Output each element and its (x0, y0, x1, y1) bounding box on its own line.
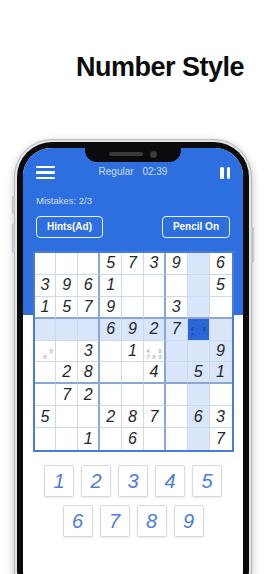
cell-value: 7 (172, 321, 181, 337)
sudoku-cell-r4c9[interactable] (210, 319, 232, 341)
cell-value: 5 (194, 364, 203, 380)
sudoku-cell-r6c1[interactable] (35, 362, 57, 384)
sudoku-cell-r1c4[interactable]: 5 (100, 253, 122, 275)
sudoku-cell-r8c3[interactable] (78, 406, 100, 428)
sudoku-cell-r2c2[interactable]: 9 (56, 275, 78, 297)
page-title: Number Style (0, 52, 265, 83)
sudoku-cell-r1c1[interactable] (35, 253, 57, 275)
sudoku-cell-r4c6[interactable]: 2 (144, 319, 166, 341)
numpad-row: 12345 (23, 465, 243, 497)
cell-value: 3 (84, 343, 93, 359)
sudoku-cell-r9c5[interactable]: 6 (122, 428, 144, 450)
sudoku-cell-r5c7[interactable] (166, 341, 188, 363)
sudoku-cell-r4c1[interactable] (35, 319, 57, 341)
sudoku-cell-r7c8[interactable] (188, 384, 210, 406)
sudoku-cell-r8c9[interactable]: 3 (210, 406, 232, 428)
sudoku-cell-r7c5[interactable] (122, 384, 144, 406)
sudoku-cell-r3c5[interactable] (122, 297, 144, 319)
sudoku-cell-r3c2[interactable]: 5 (56, 297, 78, 319)
volume-button (12, 223, 15, 253)
sudoku-cell-r9c7[interactable] (166, 428, 188, 450)
sudoku-cell-r8c7[interactable] (166, 406, 188, 428)
sudoku-cell-r4c3[interactable] (78, 319, 100, 341)
sudoku-cell-r1c6[interactable]: 3 (144, 253, 166, 275)
sudoku-cell-r6c2[interactable]: 2 (56, 362, 78, 384)
sudoku-cell-r5c1[interactable]: 68 (35, 341, 57, 363)
sudoku-cell-r6c9[interactable]: 1 (210, 362, 232, 384)
sudoku-cell-r2c3[interactable]: 6 (78, 275, 100, 297)
sudoku-cell-r2c4[interactable]: 1 (100, 275, 122, 297)
sudoku-cell-r9c3[interactable]: 1 (78, 428, 100, 450)
cell-value: 8 (128, 409, 137, 425)
cell-value: 6 (128, 431, 137, 447)
cell-value: 6 (216, 255, 225, 271)
difficulty-label: Regular (99, 166, 134, 177)
cell-value: 7 (62, 387, 71, 403)
sudoku-cell-r2c7[interactable] (166, 275, 188, 297)
sudoku-cell-r7c2[interactable]: 7 (56, 384, 78, 406)
sudoku-cell-r3c7[interactable]: 3 (166, 297, 188, 319)
cell-value: 1 (106, 277, 115, 293)
sudoku-board: 5739639615157936927467683146789928451725… (33, 251, 234, 452)
cell-value: 4 (149, 364, 158, 380)
sudoku-cell-r6c3[interactable]: 8 (78, 362, 100, 384)
sudoku-cell-r8c8[interactable]: 6 (188, 406, 210, 428)
hints-button[interactable]: Hints(Ad) (36, 216, 103, 238)
sudoku-cell-r6c4[interactable] (100, 362, 122, 384)
cell-value: 9 (128, 321, 137, 337)
sudoku-cell-r4c7[interactable]: 7 (166, 319, 188, 341)
sudoku-cell-r8c2[interactable] (56, 406, 78, 428)
cell-value: 9 (216, 343, 225, 359)
sudoku-cell-r1c2[interactable] (56, 253, 78, 275)
cell-value: 7 (128, 255, 137, 271)
sudoku-cell-r4c2[interactable] (56, 319, 78, 341)
sudoku-cell-r3c4[interactable]: 9 (100, 297, 122, 319)
sudoku-cell-r6c8[interactable]: 5 (188, 362, 210, 384)
sudoku-cell-r5c9[interactable]: 9 (210, 341, 232, 363)
sudoku-cell-r5c5[interactable]: 1 (122, 341, 144, 363)
sudoku-cell-r5c8[interactable] (188, 341, 210, 363)
sudoku-cell-r7c9[interactable] (210, 384, 232, 406)
sudoku-cell-r2c5[interactable] (122, 275, 144, 297)
cell-value: 6 (106, 321, 115, 337)
cell-value: 5 (106, 255, 115, 271)
cell-value: 2 (106, 409, 115, 425)
mistakes-label: Mistakes: 2/3 (23, 180, 243, 206)
sudoku-cell-r8c4[interactable]: 2 (100, 406, 122, 428)
cell-value: 2 (149, 321, 158, 337)
sudoku-cell-r8c5[interactable]: 8 (122, 406, 144, 428)
sudoku-cell-r9c9[interactable]: 7 (210, 428, 232, 450)
numpad-key-3[interactable]: 3 (118, 465, 148, 497)
sudoku-cell-r1c9[interactable]: 6 (210, 253, 232, 275)
sudoku-cell-r7c4[interactable] (100, 384, 122, 406)
sudoku-cell-r1c7[interactable]: 9 (166, 253, 188, 275)
sudoku-cell-r7c6[interactable] (144, 384, 166, 406)
cell-value: 6 (84, 277, 93, 293)
cell-value: 9 (62, 277, 71, 293)
sudoku-cell-r3c6[interactable] (144, 297, 166, 319)
power-button (251, 227, 254, 263)
sudoku-cell-r7c7[interactable] (166, 384, 188, 406)
numpad-key-7[interactable]: 7 (100, 505, 130, 537)
numpad-key-2[interactable]: 2 (81, 465, 111, 497)
cell-value: 3 (172, 299, 181, 315)
pencil-marks: 68 (36, 342, 55, 361)
cell-value: 7 (84, 299, 93, 315)
sudoku-cell-r2c8[interactable] (188, 275, 210, 297)
timer-label: 02:39 (142, 166, 167, 177)
numpad-row: 6789 (23, 505, 243, 537)
numpad-key-9[interactable]: 9 (174, 505, 204, 537)
sudoku-cell-r9c1[interactable] (35, 428, 57, 450)
sudoku-cell-r8c6[interactable]: 7 (144, 406, 166, 428)
cell-value: 8 (84, 364, 93, 380)
numpad-key-4[interactable]: 4 (155, 465, 185, 497)
cell-value: 1 (84, 431, 93, 447)
sudoku-cell-r5c4[interactable] (100, 341, 122, 363)
cell-value: 3 (149, 255, 158, 271)
sudoku-cell-r4c5[interactable]: 9 (122, 319, 144, 341)
sudoku-cell-r3c8[interactable] (188, 297, 210, 319)
sudoku-cell-r5c2[interactable] (56, 341, 78, 363)
cell-value: 9 (172, 255, 181, 271)
cell-value: 5 (62, 299, 71, 315)
numpad: 123456789 (23, 465, 243, 537)
sudoku-cell-r1c8[interactable] (188, 253, 210, 275)
numpad-key-6[interactable]: 6 (63, 505, 93, 537)
sudoku-cell-r3c1[interactable]: 1 (35, 297, 57, 319)
sudoku-cell-r6c5[interactable] (122, 362, 144, 384)
sudoku-cell-r5c3[interactable]: 3 (78, 341, 100, 363)
sudoku-cell-r2c9[interactable]: 5 (210, 275, 232, 297)
sudoku-cell-r9c2[interactable] (56, 428, 78, 450)
speaker-grille (109, 152, 143, 156)
toolbar: Hints(Ad) Pencil On (23, 216, 243, 238)
cell-value: 7 (216, 431, 225, 447)
sudoku-cell-r4c4[interactable]: 6 (100, 319, 122, 341)
phone-screen: Regular 02:39 Mistakes: 2/3 Hints(Ad) Pe… (23, 148, 243, 574)
sudoku-cell-r1c3[interactable] (78, 253, 100, 275)
cell-value: 1 (128, 343, 137, 359)
sudoku-cell-r3c9[interactable] (210, 297, 232, 319)
cell-value: 3 (216, 409, 225, 425)
cell-value: 6 (194, 409, 203, 425)
front-camera (150, 151, 157, 158)
cell-value: 2 (62, 364, 71, 380)
sudoku-cell-r9c8[interactable] (188, 428, 210, 450)
pencil-marks: 46789 (145, 342, 163, 361)
numpad-key-5[interactable]: 5 (192, 465, 222, 497)
sudoku-cell-r5c6[interactable]: 46789 (144, 341, 166, 363)
cell-value: 9 (106, 299, 115, 315)
sudoku-cell-r7c3[interactable]: 2 (78, 384, 100, 406)
sudoku-cell-r7c1[interactable] (35, 384, 57, 406)
sudoku-cell-r3c3[interactable]: 7 (78, 297, 100, 319)
mute-switch (12, 196, 15, 214)
phone-mockup: Regular 02:39 Mistakes: 2/3 Hints(Ad) Pe… (14, 139, 252, 574)
numpad-key-8[interactable]: 8 (137, 505, 167, 537)
cell-value: 1 (40, 299, 49, 315)
sudoku-cell-r6c6[interactable]: 4 (144, 362, 166, 384)
sudoku-cell-r9c6[interactable] (144, 428, 166, 450)
cell-value: 5 (40, 409, 49, 425)
sudoku-cell-r2c6[interactable] (144, 275, 166, 297)
pencil-toggle-button[interactable]: Pencil On (162, 216, 230, 238)
cell-value: 7 (149, 409, 158, 425)
sudoku-cell-r9c4[interactable] (100, 428, 122, 450)
sudoku-cell-r6c7[interactable] (166, 362, 188, 384)
cell-value: 3 (40, 277, 49, 293)
numpad-key-1[interactable]: 1 (44, 465, 74, 497)
sudoku-cell-r2c1[interactable]: 3 (35, 275, 57, 297)
sudoku-cell-r8c1[interactable]: 5 (35, 406, 57, 428)
sudoku-cell-r4c8[interactable]: 467 (188, 319, 210, 341)
header-status: Regular 02:39 (23, 166, 243, 177)
pencil-marks: 467 (189, 320, 208, 339)
cell-value: 1 (216, 364, 225, 380)
cell-value: 2 (84, 387, 93, 403)
cell-value: 5 (216, 277, 225, 293)
sudoku-cell-r1c5[interactable]: 7 (122, 253, 144, 275)
phone-notch (85, 148, 181, 162)
